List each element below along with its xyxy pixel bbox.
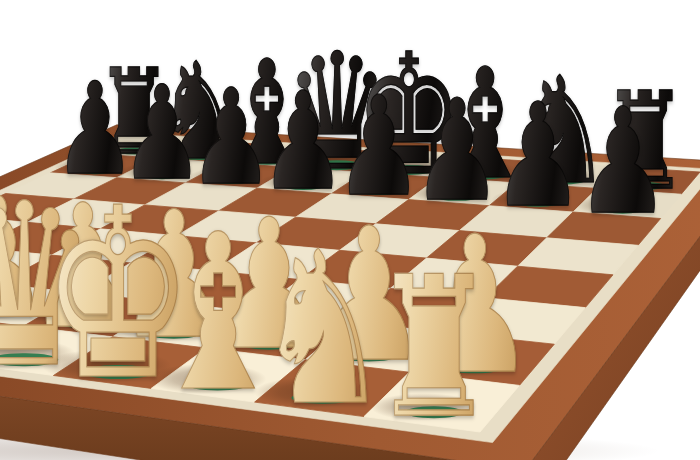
piece-black-pawn-h7[interactable]: ♟ (576, 89, 670, 235)
piece-white-rook-h1[interactable]: ♜ (371, 252, 496, 446)
chess-set-photo: ♜♞♝♛♚♟♝♟♞♟♟♜♟♟♟♟♟♟♟♟♜♟♞♟♝♟♛♟♚♝♞♜ (0, 0, 700, 460)
pieces-layer: ♜♞♝♛♚♟♝♟♞♟♟♜♟♟♟♟♟♟♟♟♜♟♞♟♝♟♛♟♚♝♞♜ (0, 0, 700, 460)
